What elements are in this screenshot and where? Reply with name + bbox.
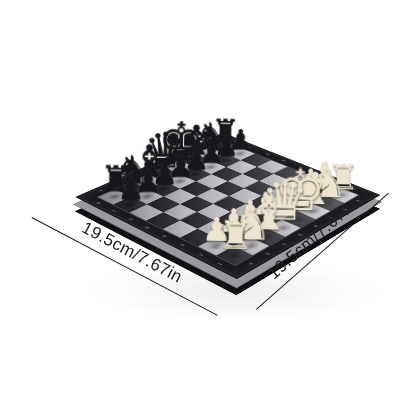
coordinate-label: 1 bbox=[216, 262, 224, 266]
coordinate-label: a bbox=[247, 262, 255, 266]
coordinate-label: 5 bbox=[144, 226, 152, 230]
product-photo: abcdefgh abcdefgh 87654321 87654321 ♜♞♝♛… bbox=[0, 0, 416, 416]
black-pawn: ♟ bbox=[98, 145, 164, 205]
white-rook: ♜ bbox=[199, 190, 271, 256]
coordinate-label: 4 bbox=[161, 234, 169, 238]
coordinate-label: 7 bbox=[111, 209, 118, 213]
coordinate-label: 6 bbox=[127, 218, 135, 222]
